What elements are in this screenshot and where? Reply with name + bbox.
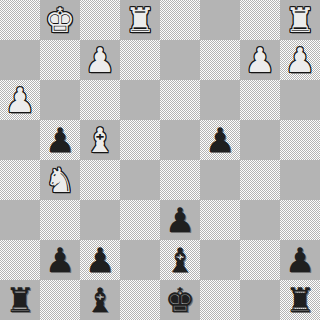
square-b6[interactable] — [40, 80, 80, 120]
square-b7[interactable] — [40, 40, 80, 80]
square-e7[interactable] — [160, 40, 200, 80]
white-king[interactable]: ♚ — [40, 0, 80, 40]
square-a1[interactable]: ♜ — [0, 280, 40, 320]
square-g1[interactable] — [240, 280, 280, 320]
square-b8[interactable]: ♚ — [40, 0, 80, 40]
square-d7[interactable] — [120, 40, 160, 80]
square-f3[interactable] — [200, 200, 240, 240]
square-e2[interactable]: ♝ — [160, 240, 200, 280]
square-d8[interactable]: ♜ — [120, 0, 160, 40]
square-a8[interactable] — [0, 0, 40, 40]
square-g6[interactable] — [240, 80, 280, 120]
square-c6[interactable] — [80, 80, 120, 120]
square-g2[interactable] — [240, 240, 280, 280]
black-pawn[interactable]: ♟ — [160, 200, 200, 240]
square-b5[interactable]: ♟ — [40, 120, 80, 160]
black-pawn[interactable]: ♟ — [40, 120, 80, 160]
white-rook[interactable]: ♜ — [120, 0, 160, 40]
white-pawn[interactable]: ♟ — [280, 40, 320, 80]
black-pawn[interactable]: ♟ — [200, 120, 240, 160]
square-g3[interactable] — [240, 200, 280, 240]
square-f7[interactable] — [200, 40, 240, 80]
square-h7[interactable]: ♟ — [280, 40, 320, 80]
black-pawn[interactable]: ♟ — [40, 240, 80, 280]
white-rook[interactable]: ♜ — [280, 0, 320, 40]
square-e6[interactable] — [160, 80, 200, 120]
square-c1[interactable]: ♝ — [80, 280, 120, 320]
square-b4[interactable]: ♞ — [40, 160, 80, 200]
square-c3[interactable] — [80, 200, 120, 240]
square-h6[interactable] — [280, 80, 320, 120]
square-f6[interactable] — [200, 80, 240, 120]
square-b1[interactable] — [40, 280, 80, 320]
chess-board: ♚♜♜♟♟♟♟♟♝♟♞♟♟♟♝♟♜♝♚♜ — [0, 0, 320, 320]
square-a5[interactable] — [0, 120, 40, 160]
square-a7[interactable] — [0, 40, 40, 80]
square-a6[interactable]: ♟ — [0, 80, 40, 120]
square-g4[interactable] — [240, 160, 280, 200]
square-f2[interactable] — [200, 240, 240, 280]
square-c4[interactable] — [80, 160, 120, 200]
square-e1[interactable]: ♚ — [160, 280, 200, 320]
white-pawn[interactable]: ♟ — [240, 40, 280, 80]
black-bishop[interactable]: ♝ — [160, 240, 200, 280]
square-d5[interactable] — [120, 120, 160, 160]
square-g8[interactable] — [240, 0, 280, 40]
square-h8[interactable]: ♜ — [280, 0, 320, 40]
square-d4[interactable] — [120, 160, 160, 200]
square-c7[interactable]: ♟ — [80, 40, 120, 80]
square-f1[interactable] — [200, 280, 240, 320]
white-bishop[interactable]: ♝ — [80, 120, 120, 160]
square-a3[interactable] — [0, 200, 40, 240]
square-g7[interactable]: ♟ — [240, 40, 280, 80]
square-f4[interactable] — [200, 160, 240, 200]
black-pawn[interactable]: ♟ — [80, 240, 120, 280]
square-f5[interactable]: ♟ — [200, 120, 240, 160]
square-c8[interactable] — [80, 0, 120, 40]
square-h2[interactable]: ♟ — [280, 240, 320, 280]
white-knight[interactable]: ♞ — [40, 160, 80, 200]
square-c5[interactable]: ♝ — [80, 120, 120, 160]
square-b3[interactable] — [40, 200, 80, 240]
black-rook[interactable]: ♜ — [280, 280, 320, 320]
square-h4[interactable] — [280, 160, 320, 200]
square-d2[interactable] — [120, 240, 160, 280]
black-bishop[interactable]: ♝ — [80, 280, 120, 320]
white-pawn[interactable]: ♟ — [80, 40, 120, 80]
square-d1[interactable] — [120, 280, 160, 320]
square-d6[interactable] — [120, 80, 160, 120]
square-h3[interactable] — [280, 200, 320, 240]
white-pawn[interactable]: ♟ — [0, 80, 40, 120]
square-c2[interactable]: ♟ — [80, 240, 120, 280]
square-d3[interactable] — [120, 200, 160, 240]
black-king[interactable]: ♚ — [160, 280, 200, 320]
square-e4[interactable] — [160, 160, 200, 200]
square-g5[interactable] — [240, 120, 280, 160]
square-a2[interactable] — [0, 240, 40, 280]
square-a4[interactable] — [0, 160, 40, 200]
black-pawn[interactable]: ♟ — [280, 240, 320, 280]
square-f8[interactable] — [200, 0, 240, 40]
square-e5[interactable] — [160, 120, 200, 160]
black-rook[interactable]: ♜ — [0, 280, 40, 320]
square-e8[interactable] — [160, 0, 200, 40]
square-h5[interactable] — [280, 120, 320, 160]
square-e3[interactable]: ♟ — [160, 200, 200, 240]
square-b2[interactable]: ♟ — [40, 240, 80, 280]
square-h1[interactable]: ♜ — [280, 280, 320, 320]
